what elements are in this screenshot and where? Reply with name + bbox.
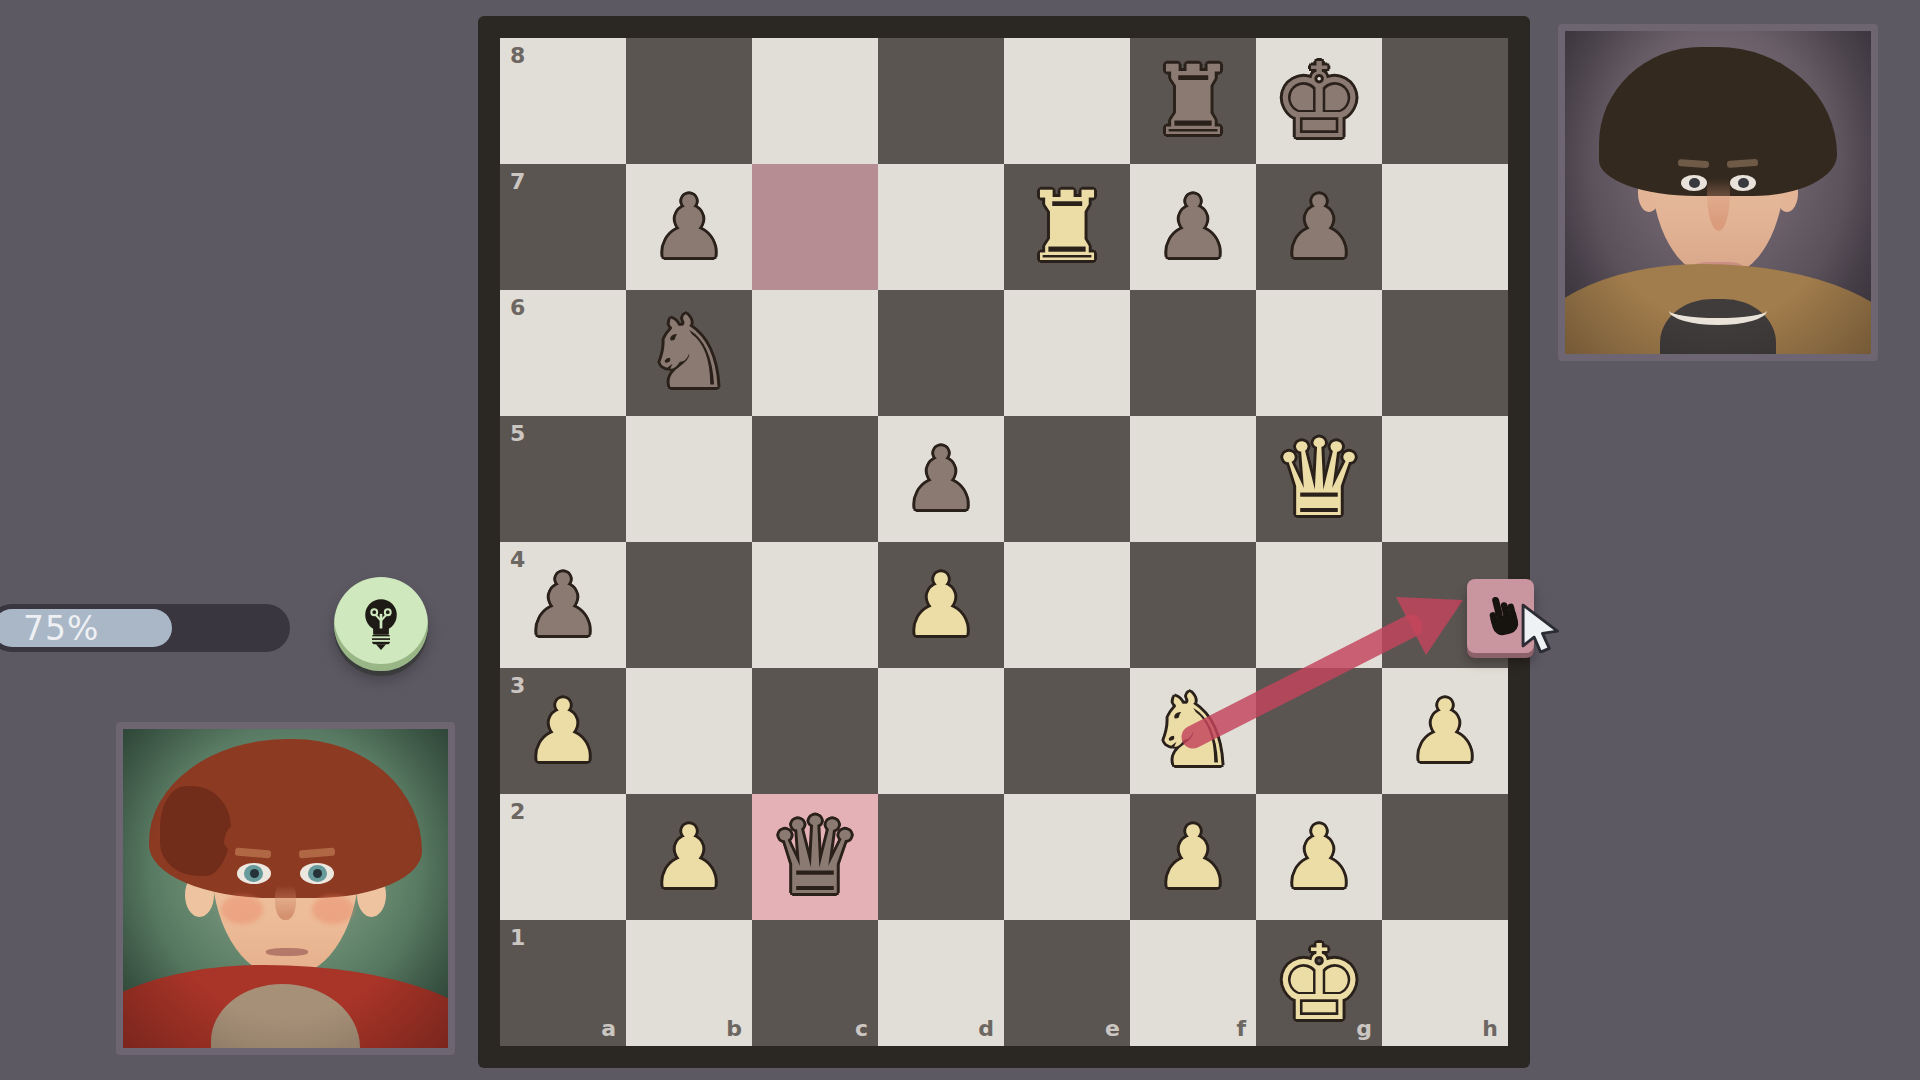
square-g1[interactable]: g♚ <box>1256 920 1382 1046</box>
square-h3[interactable]: ♟ <box>1382 668 1508 794</box>
hint-button[interactable] <box>334 577 428 671</box>
square-c4[interactable] <box>752 542 878 668</box>
rank-label-8: 8 <box>510 45 525 67</box>
square-b8[interactable] <box>626 38 752 164</box>
progress-label: 75% <box>0 609 99 648</box>
arrow-cursor-icon <box>1521 603 1571 653</box>
player-avatar <box>116 722 455 1055</box>
lightbulb-icon <box>358 597 404 651</box>
square-h5[interactable] <box>1382 416 1508 542</box>
piece-black-queen-c2[interactable]: ♛ <box>767 804 862 910</box>
square-d4[interactable]: ♟ <box>878 542 1004 668</box>
square-a8[interactable]: 8 <box>500 38 626 164</box>
file-label-b: b <box>726 1018 742 1040</box>
square-f2[interactable]: ♟ <box>1130 794 1256 920</box>
square-a3[interactable]: 3♟ <box>500 668 626 794</box>
rank-label-3: 3 <box>510 675 525 697</box>
square-a5[interactable]: 5 <box>500 416 626 542</box>
progress-fill: 75% <box>0 609 172 647</box>
square-d7[interactable] <box>878 164 1004 290</box>
square-e4[interactable] <box>1004 542 1130 668</box>
square-h1[interactable]: h <box>1382 920 1508 1046</box>
progress-bar: 75% <box>0 604 290 652</box>
square-e8[interactable] <box>1004 38 1130 164</box>
square-a1[interactable]: 1a <box>500 920 626 1046</box>
file-label-a: a <box>601 1018 616 1040</box>
piece-black-knight-b6[interactable]: ♞ <box>644 303 734 403</box>
square-g7[interactable]: ♟ <box>1256 164 1382 290</box>
piece-white-knight-f3[interactable]: ♞ <box>1148 681 1238 781</box>
square-e5[interactable] <box>1004 416 1130 542</box>
square-h8[interactable] <box>1382 38 1508 164</box>
square-c3[interactable] <box>752 668 878 794</box>
piece-black-pawn-b7[interactable]: ♟ <box>650 184 727 270</box>
square-g5[interactable]: ♛ <box>1256 416 1382 542</box>
mouse-cursor <box>1521 603 1571 657</box>
square-e6[interactable] <box>1004 290 1130 416</box>
square-b2[interactable]: ♟ <box>626 794 752 920</box>
rank-label-2: 2 <box>510 801 525 823</box>
piece-white-pawn-b2[interactable]: ♟ <box>650 814 727 900</box>
square-c1[interactable]: c <box>752 920 878 1046</box>
square-f8[interactable]: ♜ <box>1130 38 1256 164</box>
square-g2[interactable]: ♟ <box>1256 794 1382 920</box>
square-d8[interactable] <box>878 38 1004 164</box>
square-d3[interactable] <box>878 668 1004 794</box>
square-g4[interactable] <box>1256 542 1382 668</box>
piece-white-pawn-f2[interactable]: ♟ <box>1154 814 1231 900</box>
piece-black-pawn-d5[interactable]: ♟ <box>902 436 979 522</box>
square-e3[interactable] <box>1004 668 1130 794</box>
file-label-e: e <box>1105 1018 1120 1040</box>
file-label-c: c <box>855 1018 868 1040</box>
file-label-d: d <box>978 1018 994 1040</box>
piece-white-rook-e7[interactable]: ♜ <box>1024 179 1110 275</box>
file-label-h: h <box>1482 1018 1498 1040</box>
piece-white-pawn-h3[interactable]: ♟ <box>1406 688 1483 774</box>
app-background: { "game": "chess", "position": { "fen": … <box>0 0 1920 1080</box>
square-f1[interactable]: f <box>1130 920 1256 1046</box>
piece-black-rook-f8[interactable]: ♜ <box>1150 53 1236 149</box>
vignette <box>123 729 448 1048</box>
square-d1[interactable]: d <box>878 920 1004 1046</box>
piece-black-pawn-a4[interactable]: ♟ <box>524 562 601 648</box>
square-b5[interactable] <box>626 416 752 542</box>
square-e7[interactable]: ♜ <box>1004 164 1130 290</box>
square-a2[interactable]: 2 <box>500 794 626 920</box>
piece-white-queen-g5[interactable]: ♛ <box>1271 426 1366 532</box>
square-f4[interactable] <box>1130 542 1256 668</box>
square-f7[interactable]: ♟ <box>1130 164 1256 290</box>
piece-white-pawn-a3[interactable]: ♟ <box>524 688 601 774</box>
piece-white-pawn-g2[interactable]: ♟ <box>1280 814 1357 900</box>
square-e2[interactable] <box>1004 794 1130 920</box>
square-g6[interactable] <box>1256 290 1382 416</box>
file-label-g: g <box>1356 1018 1372 1040</box>
square-d6[interactable] <box>878 290 1004 416</box>
square-g8[interactable]: ♚ <box>1256 38 1382 164</box>
square-b3[interactable] <box>626 668 752 794</box>
square-d2[interactable] <box>878 794 1004 920</box>
player-portrait <box>123 729 448 1048</box>
opponent-avatar <box>1558 24 1878 361</box>
square-c2[interactable]: ♛ <box>752 794 878 920</box>
rank-label-4: 4 <box>510 549 525 571</box>
square-b6[interactable]: ♞ <box>626 290 752 416</box>
square-b1[interactable]: b <box>626 920 752 1046</box>
square-b4[interactable] <box>626 542 752 668</box>
piece-black-king-g8[interactable]: ♚ <box>1272 49 1365 153</box>
piece-black-pawn-f7[interactable]: ♟ <box>1154 184 1231 270</box>
piece-white-king-g1[interactable]: ♚ <box>1272 931 1365 1035</box>
chess-board: 8♜♚7♟♜♟♟6♞5♟♛4♟♟3♟♞♟2♟♛♟♟1abcdefg♚h <box>500 38 1508 1046</box>
square-c5[interactable] <box>752 416 878 542</box>
rank-label-7: 7 <box>510 171 525 193</box>
square-f6[interactable] <box>1130 290 1256 416</box>
square-f5[interactable] <box>1130 416 1256 542</box>
rank-label-6: 6 <box>510 297 525 319</box>
square-c7[interactable] <box>752 164 878 290</box>
pointing-hand-icon <box>1478 593 1524 639</box>
piece-black-pawn-g7[interactable]: ♟ <box>1280 184 1357 270</box>
square-h2[interactable] <box>1382 794 1508 920</box>
square-b7[interactable]: ♟ <box>626 164 752 290</box>
square-a6[interactable]: 6 <box>500 290 626 416</box>
square-e1[interactable]: e <box>1004 920 1130 1046</box>
piece-white-pawn-d4[interactable]: ♟ <box>902 562 979 648</box>
square-h7[interactable] <box>1382 164 1508 290</box>
file-label-f: f <box>1236 1018 1246 1040</box>
opponent-portrait <box>1565 31 1871 354</box>
rank-label-5: 5 <box>510 423 525 445</box>
square-g3[interactable] <box>1256 668 1382 794</box>
square-a4[interactable]: 4♟ <box>500 542 626 668</box>
square-c8[interactable] <box>752 38 878 164</box>
square-f3[interactable]: ♞ <box>1130 668 1256 794</box>
square-h6[interactable] <box>1382 290 1508 416</box>
square-d5[interactable]: ♟ <box>878 416 1004 542</box>
chess-board-frame: 8♜♚7♟♜♟♟6♞5♟♛4♟♟3♟♞♟2♟♛♟♟1abcdefg♚h <box>478 16 1530 1068</box>
square-c6[interactable] <box>752 290 878 416</box>
rank-label-1: 1 <box>510 927 525 949</box>
square-a7[interactable]: 7 <box>500 164 626 290</box>
vignette <box>1565 31 1871 354</box>
